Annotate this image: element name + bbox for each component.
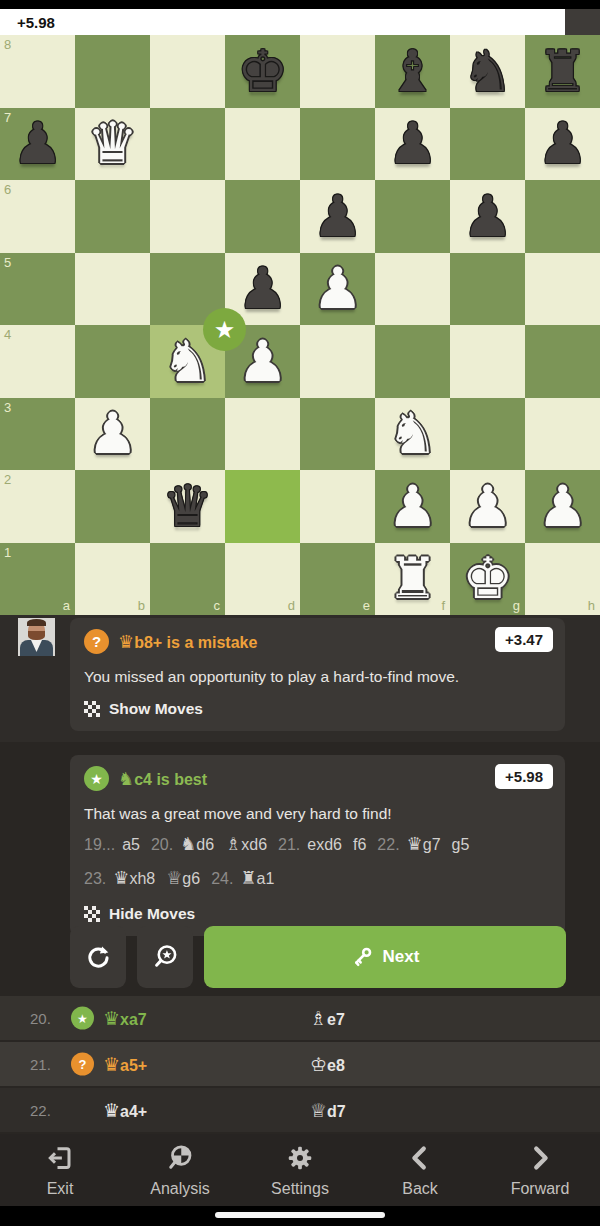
- nav-exit[interactable]: Exit: [0, 1134, 120, 1206]
- engine-move-token: ♛g7: [407, 836, 441, 853]
- knight-figurine: ♞: [118, 768, 134, 789]
- square-c6[interactable]: [150, 180, 225, 253]
- square-a7[interactable]: 7♟: [0, 108, 75, 181]
- square-h7[interactable]: ♟: [525, 108, 600, 181]
- chess-board[interactable]: 8♚♝♞♜7♟♛♟♟6♟♟5♟♟4♞♟3♟♞2♛♟♟♟1abcdef♜g♚h★: [0, 35, 600, 615]
- mistake-panel: ? ♛b8+ is a mistake +3.47 You missed an …: [70, 618, 565, 731]
- square-f6[interactable]: [375, 180, 450, 253]
- engine-move-token: 20.: [151, 836, 173, 853]
- rank-label-6: 6: [4, 183, 11, 196]
- engine-move-token: ♗xd6: [225, 836, 267, 853]
- square-c7[interactable]: [150, 108, 225, 181]
- piece-white-r-f1[interactable]: ♜: [375, 543, 450, 616]
- file-label-h: h: [588, 599, 595, 612]
- screen: +5.98 8♚♝♞♜7♟♛♟♟6♟♟5♟♟4♞♟3♟♞2♛♟♟♟1abcdef…: [0, 0, 600, 1226]
- move-number: 21.: [30, 1056, 51, 1073]
- retry-icon: [84, 943, 112, 971]
- square-b8[interactable]: [75, 35, 150, 108]
- square-a1[interactable]: 1a: [0, 543, 75, 616]
- piece-white-p-f2[interactable]: ♟: [375, 470, 450, 543]
- square-e4[interactable]: [300, 325, 375, 398]
- engine-move-token: ♛xh8: [113, 870, 155, 887]
- white-move[interactable]: ♛xa7: [103, 1007, 147, 1029]
- square-h4[interactable]: [525, 325, 600, 398]
- rank-label-4: 4: [4, 328, 11, 341]
- piece-black-k-d8[interactable]: ♚: [225, 35, 300, 108]
- piece-black-b-f8[interactable]: ♝: [375, 35, 450, 108]
- mistake-eval-badge: +3.47: [495, 627, 553, 652]
- square-e3[interactable]: [300, 398, 375, 471]
- next-button-label: Next: [383, 947, 420, 967]
- square-b7[interactable]: ♛: [75, 108, 150, 181]
- analysis-icon: [165, 1143, 195, 1173]
- engine-move-token: 21.: [278, 836, 300, 853]
- file-label-e: e: [363, 599, 370, 612]
- engine-line-1: 19...a520.♞d6♗xd621.exd6f622.♛g7g5: [70, 831, 565, 857]
- square-g1[interactable]: g♚: [450, 543, 525, 616]
- best-move-star-icon: ★: [84, 766, 109, 791]
- settings-gear-icon: [285, 1143, 315, 1173]
- square-g6[interactable]: ♟: [450, 180, 525, 253]
- square-e2[interactable]: [300, 470, 375, 543]
- piece-white-n-f3[interactable]: ♞: [375, 398, 450, 471]
- square-f1[interactable]: f♜: [375, 543, 450, 616]
- white-move[interactable]: ♛a5+: [103, 1053, 147, 1075]
- square-a6[interactable]: 6: [0, 180, 75, 253]
- square-g3[interactable]: [450, 398, 525, 471]
- square-f3[interactable]: ♞: [375, 398, 450, 471]
- file-label-c: c: [214, 599, 221, 612]
- best-move-section: ★ ♞c4 is best +5.98 That was a great mov…: [0, 742, 600, 996]
- square-h5[interactable]: [525, 253, 600, 326]
- nav-exit-label: Exit: [47, 1180, 74, 1198]
- piece-black-p-g6[interactable]: ♟: [450, 180, 525, 253]
- bottom-navigation: Exit Analysis Settings: [0, 1134, 600, 1206]
- evaluation-black-portion: [565, 9, 600, 35]
- rank-label-2: 2: [4, 473, 11, 486]
- best-move-panel: ★ ♞c4 is best +5.98 That was a great mov…: [70, 755, 565, 936]
- square-g2[interactable]: ♟: [450, 470, 525, 543]
- square-a3[interactable]: 3: [0, 398, 75, 471]
- square-a2[interactable]: 2: [0, 470, 75, 543]
- piece-black-p-f7[interactable]: ♟: [375, 108, 450, 181]
- move-row-20[interactable]: 20.★♛xa7♗e7: [0, 996, 600, 1040]
- engine-line-2: 23.♛xh8♕g624.♜a1: [70, 865, 565, 891]
- great-move-star-badge: ★: [203, 308, 246, 351]
- square-g5[interactable]: [450, 253, 525, 326]
- nav-settings[interactable]: Settings: [240, 1134, 360, 1206]
- square-h1[interactable]: h: [525, 543, 600, 616]
- move-row-22[interactable]: 22.♛a4+♕d7: [0, 1088, 600, 1132]
- square-f8[interactable]: ♝: [375, 35, 450, 108]
- square-d8[interactable]: ♚: [225, 35, 300, 108]
- piece-black-p-a7[interactable]: ♟: [0, 108, 75, 181]
- engine-move-token: f6: [353, 836, 366, 853]
- black-move[interactable]: ♕d7: [310, 1099, 346, 1121]
- square-e5[interactable]: ♟: [300, 253, 375, 326]
- piece-black-p-h7[interactable]: ♟: [525, 108, 600, 181]
- square-e8[interactable]: [300, 35, 375, 108]
- white-move[interactable]: ♛a4+: [103, 1099, 147, 1121]
- nav-forward[interactable]: Forward: [480, 1134, 600, 1206]
- forward-chevron-icon: [525, 1143, 555, 1173]
- magnifier-star-icon: [151, 943, 179, 971]
- engine-move-token: 22.: [377, 836, 399, 853]
- piece-black-r-h8[interactable]: ♜: [525, 35, 600, 108]
- evaluation-bar: +5.98: [0, 9, 600, 35]
- square-c8[interactable]: [150, 35, 225, 108]
- square-b1[interactable]: b: [75, 543, 150, 616]
- piece-white-q-b7[interactable]: ♛: [75, 108, 150, 181]
- square-d7[interactable]: [225, 108, 300, 181]
- square-d2[interactable]: [225, 470, 300, 543]
- queen-figurine: ♛: [118, 631, 134, 652]
- mistake-badge: ?: [71, 1053, 94, 1076]
- engine-move-token: exd6: [307, 836, 342, 853]
- black-move[interactable]: ♔e8: [310, 1053, 345, 1075]
- key-icon: [351, 946, 373, 968]
- square-g4[interactable]: [450, 325, 525, 398]
- square-a5[interactable]: 5: [0, 253, 75, 326]
- square-h2[interactable]: ♟: [525, 470, 600, 543]
- engine-move-token: 24.: [211, 870, 233, 887]
- rank-label-3: 3: [4, 401, 11, 414]
- file-label-b: b: [138, 599, 145, 612]
- mistake-title: ♛b8+ is a mistake: [118, 631, 257, 652]
- file-label-a: a: [63, 599, 70, 612]
- checkerboard-icon: [84, 701, 100, 717]
- square-e6[interactable]: ♟: [300, 180, 375, 253]
- square-d6[interactable]: [225, 180, 300, 253]
- engine-move-token: 23.: [84, 870, 106, 887]
- square-g8[interactable]: ♞: [450, 35, 525, 108]
- square-b4[interactable]: [75, 325, 150, 398]
- square-h8[interactable]: ♜: [525, 35, 600, 108]
- review-search-button[interactable]: [137, 926, 193, 988]
- square-h3[interactable]: [525, 398, 600, 471]
- engine-move-token: 19...: [84, 836, 115, 853]
- square-e7[interactable]: [300, 108, 375, 181]
- nav-settings-label: Settings: [271, 1180, 329, 1198]
- status-bar: [0, 0, 600, 9]
- next-button[interactable]: Next: [204, 926, 566, 988]
- best-move-title: ♞c4 is best: [118, 768, 207, 789]
- retry-button[interactable]: [70, 926, 126, 988]
- evaluation-value: +5.98: [0, 14, 55, 31]
- piece-white-p-b3[interactable]: ♟: [75, 398, 150, 471]
- rank-label-1: 1: [4, 546, 11, 559]
- nav-analysis-label: Analysis: [150, 1180, 210, 1198]
- mistake-icon: ?: [84, 629, 109, 654]
- file-label-d: d: [288, 599, 295, 612]
- black-move[interactable]: ♗e7: [310, 1007, 345, 1029]
- best-move-badge: ★: [71, 1007, 94, 1030]
- piece-black-q-c2[interactable]: ♛: [150, 470, 225, 543]
- rank-label-5: 5: [4, 256, 11, 269]
- square-e1[interactable]: e: [300, 543, 375, 616]
- exit-icon: [45, 1143, 75, 1173]
- nav-analysis[interactable]: Analysis: [120, 1134, 240, 1206]
- checkerboard-icon: [84, 906, 100, 922]
- square-c3[interactable]: [150, 398, 225, 471]
- best-move-eval-badge: +5.98: [495, 764, 553, 789]
- square-b3[interactable]: ♟: [75, 398, 150, 471]
- piece-white-p-e5[interactable]: ♟: [300, 253, 375, 326]
- square-f5[interactable]: [375, 253, 450, 326]
- back-chevron-icon: [405, 1143, 435, 1173]
- square-b6[interactable]: [75, 180, 150, 253]
- move-number: 22.: [30, 1102, 51, 1119]
- show-moves-button[interactable]: Show Moves: [70, 686, 565, 731]
- square-a8[interactable]: 8: [0, 35, 75, 108]
- home-indicator-area: [0, 1206, 600, 1226]
- avatar: [18, 618, 55, 656]
- rank-label-8: 8: [4, 38, 11, 51]
- move-list: 20.★♛xa7♗e721.?♛a5+♔e822.♛a4+♕d7: [0, 996, 600, 1142]
- square-f4[interactable]: [375, 325, 450, 398]
- piece-white-p-g2[interactable]: ♟: [450, 470, 525, 543]
- engine-move-token: ♜a1: [240, 870, 274, 887]
- square-b5[interactable]: [75, 253, 150, 326]
- square-d1[interactable]: d: [225, 543, 300, 616]
- square-h6[interactable]: [525, 180, 600, 253]
- home-indicator[interactable]: [215, 1212, 385, 1218]
- nav-forward-label: Forward: [511, 1180, 570, 1198]
- piece-black-n-g8[interactable]: ♞: [450, 35, 525, 108]
- analysis-section: ? ♛b8+ is a mistake +3.47 You missed an …: [0, 615, 600, 742]
- engine-move-token: ♕g6: [166, 870, 200, 887]
- piece-white-p-h2[interactable]: ♟: [525, 470, 600, 543]
- square-d3[interactable]: [225, 398, 300, 471]
- nav-back[interactable]: Back: [360, 1134, 480, 1206]
- square-g7[interactable]: [450, 108, 525, 181]
- mistake-description: You missed an opportunity to play a hard…: [70, 654, 565, 686]
- square-f7[interactable]: ♟: [375, 108, 450, 181]
- move-row-21[interactable]: 21.?♛a5+♔e8: [0, 1042, 600, 1086]
- square-c1[interactable]: c: [150, 543, 225, 616]
- nav-back-label: Back: [402, 1180, 438, 1198]
- square-c2[interactable]: ♛: [150, 470, 225, 543]
- engine-move-token: ♞d6: [180, 836, 214, 853]
- piece-white-k-g1[interactable]: ♚: [450, 543, 525, 616]
- engine-move-token: g5: [452, 836, 470, 853]
- square-f2[interactable]: ♟: [375, 470, 450, 543]
- square-a4[interactable]: 4: [0, 325, 75, 398]
- move-number: 20.: [30, 1010, 51, 1027]
- piece-black-p-e6[interactable]: ♟: [300, 180, 375, 253]
- engine-move-token: a5: [122, 836, 140, 853]
- square-b2[interactable]: [75, 470, 150, 543]
- best-move-description: That was a great move and very hard to f…: [70, 791, 565, 823]
